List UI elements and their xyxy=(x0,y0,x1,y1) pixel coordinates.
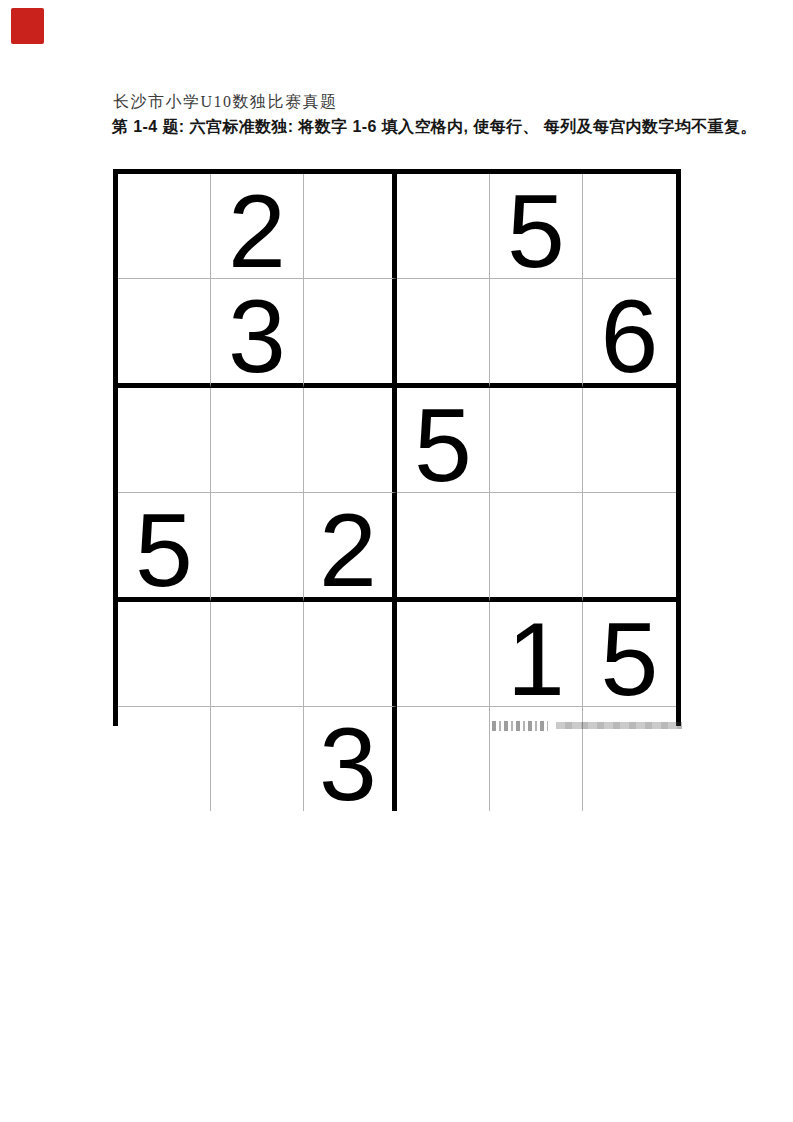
cell-r6c4[interactable] xyxy=(397,707,490,811)
cell-r5c3[interactable] xyxy=(304,602,397,707)
cell-r3c6[interactable] xyxy=(583,388,676,493)
cell-r4c2[interactable] xyxy=(211,493,304,602)
cell-r3c2[interactable] xyxy=(211,388,304,493)
given-digit: 3 xyxy=(319,712,377,816)
cell-r6c3[interactable]: 3 xyxy=(304,707,397,811)
sudoku-board: 2536552153 xyxy=(113,169,681,726)
cell-r2c6[interactable]: 6 xyxy=(583,279,676,388)
given-digit: 5 xyxy=(135,498,193,602)
cell-r2c1[interactable] xyxy=(118,279,211,388)
watermark xyxy=(492,721,548,731)
cell-r3c4[interactable]: 5 xyxy=(397,388,490,493)
given-digit: 5 xyxy=(414,393,472,497)
cell-r4c3[interactable]: 2 xyxy=(304,493,397,602)
cell-r3c5[interactable] xyxy=(490,388,583,493)
cell-r1c5[interactable]: 5 xyxy=(490,174,583,279)
cell-r1c6[interactable] xyxy=(583,174,676,279)
cell-r5c5[interactable]: 1 xyxy=(490,602,583,707)
cell-r1c2[interactable]: 2 xyxy=(211,174,304,279)
page-title: 长沙市小学U10数独比赛真题 xyxy=(113,92,673,112)
given-digit: 6 xyxy=(601,284,659,388)
given-digit: 1 xyxy=(507,607,565,711)
cell-r6c1[interactable] xyxy=(118,707,211,811)
red-corner-mark xyxy=(11,8,44,44)
cell-r3c1[interactable] xyxy=(118,388,211,493)
cell-r5c2[interactable] xyxy=(211,602,304,707)
cell-r2c2[interactable]: 3 xyxy=(211,279,304,388)
worksheet-page: 长沙市小学U10数独比赛真题 第 1-4 题: 六宫标准数独: 将数字 1-6 … xyxy=(0,0,793,1122)
cell-r1c3[interactable] xyxy=(304,174,397,279)
cell-r5c6[interactable]: 5 xyxy=(583,602,676,707)
watermark xyxy=(556,722,682,729)
cell-r1c4[interactable] xyxy=(397,174,490,279)
given-digit: 3 xyxy=(228,284,286,388)
given-digit: 2 xyxy=(228,179,286,283)
cell-r4c1[interactable]: 5 xyxy=(118,493,211,602)
cell-r2c5[interactable] xyxy=(490,279,583,388)
cell-r6c2[interactable] xyxy=(211,707,304,811)
cell-r5c1[interactable] xyxy=(118,602,211,707)
puzzle-instructions: 第 1-4 题: 六宫标准数独: 将数字 1-6 填入空格内, 使每行、 每列及… xyxy=(112,116,712,137)
cell-r4c4[interactable] xyxy=(397,493,490,602)
cell-r1c1[interactable] xyxy=(118,174,211,279)
cell-r2c4[interactable] xyxy=(397,279,490,388)
cell-r4c5[interactable] xyxy=(490,493,583,602)
cell-r2c3[interactable] xyxy=(304,279,397,388)
given-digit: 5 xyxy=(601,607,659,711)
cell-r4c6[interactable] xyxy=(583,493,676,602)
given-digit: 2 xyxy=(319,498,377,602)
given-digit: 5 xyxy=(507,179,565,283)
cell-r3c3[interactable] xyxy=(304,388,397,493)
cell-r5c4[interactable] xyxy=(397,602,490,707)
